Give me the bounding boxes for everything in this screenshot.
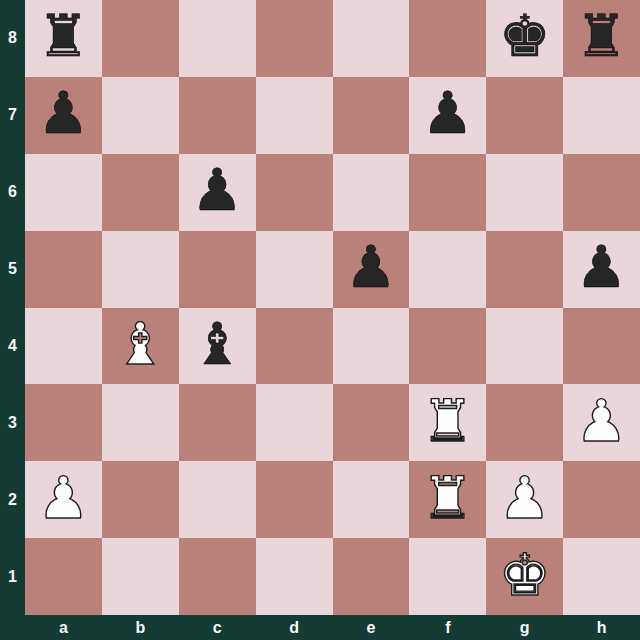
square-c5[interactable] (179, 231, 256, 308)
piece-black-bishop[interactable]: ♝ (191, 315, 243, 373)
square-e5[interactable]: ♟ (333, 231, 410, 308)
square-d8[interactable] (256, 0, 333, 77)
square-a7[interactable]: ♟ (25, 77, 102, 154)
square-h6[interactable] (563, 154, 640, 231)
rank-label-5: 5 (0, 231, 25, 308)
piece-white-bishop[interactable]: ♝ (114, 315, 166, 373)
file-label-f: f (409, 615, 486, 640)
square-e2[interactable] (333, 461, 410, 538)
square-e1[interactable] (333, 538, 410, 615)
square-h3[interactable]: ♟ (563, 384, 640, 461)
square-h1[interactable] (563, 538, 640, 615)
piece-white-pawn[interactable]: ♟ (37, 469, 89, 527)
square-c2[interactable] (179, 461, 256, 538)
piece-black-pawn[interactable]: ♟ (191, 161, 243, 219)
square-d3[interactable] (256, 384, 333, 461)
piece-black-pawn[interactable]: ♟ (576, 238, 628, 296)
file-label-g: g (486, 615, 563, 640)
rank-label-3: 3 (0, 384, 25, 461)
board: ♜♚♜♟♟♟♟♟♝♝♜♟♟♜♟♚ (25, 0, 640, 615)
square-a5[interactable] (25, 231, 102, 308)
file-label-c: c (179, 615, 256, 640)
square-g8[interactable]: ♚ (486, 0, 563, 77)
square-b7[interactable] (102, 77, 179, 154)
square-g7[interactable] (486, 77, 563, 154)
square-f2[interactable]: ♜ (409, 461, 486, 538)
file-label-e: e (333, 615, 410, 640)
square-d5[interactable] (256, 231, 333, 308)
rank-label-6: 6 (0, 154, 25, 231)
file-label-d: d (256, 615, 333, 640)
square-e3[interactable] (333, 384, 410, 461)
square-d6[interactable] (256, 154, 333, 231)
square-h8[interactable]: ♜ (563, 0, 640, 77)
square-b2[interactable] (102, 461, 179, 538)
square-b3[interactable] (102, 384, 179, 461)
square-f4[interactable] (409, 308, 486, 385)
square-g2[interactable]: ♟ (486, 461, 563, 538)
square-b4[interactable]: ♝ (102, 308, 179, 385)
square-a3[interactable] (25, 384, 102, 461)
square-a8[interactable]: ♜ (25, 0, 102, 77)
square-f6[interactable] (409, 154, 486, 231)
square-f7[interactable]: ♟ (409, 77, 486, 154)
square-e6[interactable] (333, 154, 410, 231)
file-labels: abcdefgh (25, 615, 640, 640)
square-h7[interactable] (563, 77, 640, 154)
square-h4[interactable] (563, 308, 640, 385)
piece-black-rook[interactable]: ♜ (37, 7, 89, 65)
piece-white-rook[interactable]: ♜ (422, 469, 474, 527)
file-label-h: h (563, 615, 640, 640)
square-d7[interactable] (256, 77, 333, 154)
square-e7[interactable] (333, 77, 410, 154)
square-g4[interactable] (486, 308, 563, 385)
square-f8[interactable] (409, 0, 486, 77)
square-b6[interactable] (102, 154, 179, 231)
piece-white-pawn[interactable]: ♟ (576, 392, 628, 450)
square-e8[interactable] (333, 0, 410, 77)
piece-white-rook[interactable]: ♜ (422, 392, 474, 450)
piece-black-rook[interactable]: ♜ (576, 7, 628, 65)
square-g6[interactable] (486, 154, 563, 231)
chessboard-frame: 87654321 ♜♚♜♟♟♟♟♟♝♝♜♟♟♜♟♚ abcdefgh (0, 0, 640, 640)
square-f5[interactable] (409, 231, 486, 308)
square-f1[interactable] (409, 538, 486, 615)
rank-label-1: 1 (0, 538, 25, 615)
piece-white-king[interactable]: ♚ (499, 546, 551, 604)
piece-black-king[interactable]: ♚ (499, 7, 551, 65)
square-c7[interactable] (179, 77, 256, 154)
rank-labels: 87654321 (0, 0, 25, 615)
square-d1[interactable] (256, 538, 333, 615)
square-c3[interactable] (179, 384, 256, 461)
square-b5[interactable] (102, 231, 179, 308)
square-d4[interactable] (256, 308, 333, 385)
square-c4[interactable]: ♝ (179, 308, 256, 385)
square-c1[interactable] (179, 538, 256, 615)
file-label-a: a (25, 615, 102, 640)
square-d2[interactable] (256, 461, 333, 538)
piece-black-pawn[interactable]: ♟ (37, 84, 89, 142)
square-c6[interactable]: ♟ (179, 154, 256, 231)
square-a6[interactable] (25, 154, 102, 231)
rank-label-2: 2 (0, 461, 25, 538)
border-corner (0, 615, 25, 640)
square-g3[interactable] (486, 384, 563, 461)
rank-label-8: 8 (0, 0, 25, 77)
piece-black-pawn[interactable]: ♟ (422, 84, 474, 142)
square-g1[interactable]: ♚ (486, 538, 563, 615)
square-e4[interactable] (333, 308, 410, 385)
square-h2[interactable] (563, 461, 640, 538)
square-f3[interactable]: ♜ (409, 384, 486, 461)
file-label-b: b (102, 615, 179, 640)
rank-label-4: 4 (0, 308, 25, 385)
square-b8[interactable] (102, 0, 179, 77)
square-a1[interactable] (25, 538, 102, 615)
square-g5[interactable] (486, 231, 563, 308)
square-c8[interactable] (179, 0, 256, 77)
square-a2[interactable]: ♟ (25, 461, 102, 538)
piece-white-pawn[interactable]: ♟ (499, 469, 551, 527)
square-h5[interactable]: ♟ (563, 231, 640, 308)
square-a4[interactable] (25, 308, 102, 385)
square-b1[interactable] (102, 538, 179, 615)
piece-black-pawn[interactable]: ♟ (345, 238, 397, 296)
rank-label-7: 7 (0, 77, 25, 154)
